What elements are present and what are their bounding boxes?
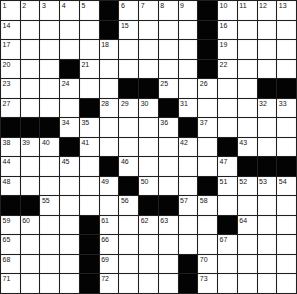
white-cell[interactable] [277,274,296,293]
black-cell [198,1,217,20]
white-cell[interactable] [21,60,40,79]
clue-number: 30 [141,99,149,108]
white-cell[interactable] [218,79,237,98]
white-cell[interactable] [21,79,40,98]
black-cell [139,79,158,98]
white-cell[interactable] [40,99,59,118]
white-cell[interactable] [60,235,79,254]
white-cell[interactable]: 6 [119,1,138,20]
white-cell[interactable] [277,21,296,40]
white-cell[interactable] [60,274,79,293]
white-cell[interactable]: 5 [80,1,99,20]
white-cell[interactable] [60,196,79,215]
white-cell[interactable] [218,255,237,274]
white-cell[interactable] [258,138,277,157]
white-cell[interactable] [21,255,40,274]
white-cell[interactable] [159,40,178,59]
clue-number: 51 [220,177,228,186]
clue-number: 6 [121,1,125,10]
clue-number: 62 [141,216,149,225]
white-cell[interactable] [179,216,198,235]
clue-number: 61 [101,216,109,225]
white-cell[interactable] [179,40,198,59]
white-cell[interactable] [277,118,296,137]
black-cell [100,157,119,176]
clue-number: 5 [81,1,85,10]
clue-number: 40 [42,138,50,147]
white-cell[interactable]: 34 [60,118,79,137]
white-cell[interactable] [277,216,296,235]
clue-number: 24 [62,79,70,88]
white-cell[interactable] [21,177,40,196]
white-cell[interactable] [60,255,79,274]
white-cell[interactable] [139,60,158,79]
clue-number: 8 [160,1,164,10]
white-cell[interactable] [179,177,198,196]
white-cell[interactable]: 32 [258,99,277,118]
white-cell[interactable]: 21 [80,60,99,79]
white-cell[interactable]: 37 [198,118,217,137]
white-cell[interactable] [258,235,277,254]
clue-number: 39 [22,138,30,147]
white-cell[interactable] [159,177,178,196]
black-cell [1,196,20,215]
white-cell[interactable]: 44 [1,157,20,176]
white-cell[interactable]: 50 [139,177,158,196]
white-cell[interactable] [80,79,99,98]
clue-number: 4 [62,1,66,10]
white-cell[interactable] [139,235,158,254]
white-cell[interactable] [119,138,138,157]
clue-number: 68 [3,255,11,264]
white-cell[interactable]: 73 [198,274,217,293]
clue-number: 22 [220,60,228,69]
white-cell[interactable]: 2 [21,1,40,20]
white-cell[interactable]: 27 [1,99,20,118]
clue-number: 43 [239,138,247,147]
white-cell[interactable]: 42 [179,138,198,157]
white-cell[interactable] [238,118,257,137]
black-cell [159,196,178,215]
black-cell [198,60,217,79]
white-cell[interactable]: 59 [1,216,20,235]
white-cell[interactable]: 48 [1,177,20,196]
white-cell[interactable] [238,255,257,274]
white-cell[interactable] [238,79,257,98]
clue-number: 56 [121,196,129,205]
clue-number: 66 [101,235,109,244]
white-cell[interactable] [258,40,277,59]
clue-number: 52 [239,177,247,186]
white-cell[interactable] [60,99,79,118]
white-cell[interactable]: 70 [198,255,217,274]
white-cell[interactable]: 52 [238,177,257,196]
clue-number: 23 [3,79,11,88]
white-cell[interactable] [277,40,296,59]
black-cell [277,79,296,98]
white-cell[interactable] [40,235,59,254]
white-cell[interactable] [100,138,119,157]
white-cell[interactable] [60,177,79,196]
black-cell [80,274,99,293]
clue-number: 47 [220,157,228,166]
clue-number: 35 [81,118,89,127]
clue-number: 69 [101,255,109,264]
clue-number: 41 [81,138,89,147]
white-cell[interactable]: 58 [198,196,217,215]
white-cell[interactable] [159,21,178,40]
clue-number: 45 [62,157,70,166]
clue-number: 50 [141,177,149,186]
clue-number: 42 [180,138,188,147]
white-cell[interactable]: 72 [100,274,119,293]
white-cell[interactable]: 30 [139,99,158,118]
white-cell[interactable] [238,60,257,79]
white-cell[interactable]: 24 [60,79,79,98]
white-cell[interactable] [60,40,79,59]
white-cell[interactable] [179,21,198,40]
black-cell [60,138,79,157]
black-cell [198,40,217,59]
white-cell[interactable]: 9 [179,1,198,20]
white-cell[interactable] [80,177,99,196]
white-cell[interactable] [40,60,59,79]
white-cell[interactable]: 71 [1,274,20,293]
clue-number: 16 [220,21,228,30]
white-cell[interactable] [258,118,277,137]
white-cell[interactable]: 1 [1,1,20,20]
white-cell[interactable] [80,196,99,215]
clue-number: 1 [3,1,7,10]
clue-number: 19 [220,40,228,49]
white-cell[interactable] [238,40,257,59]
clue-number: 73 [200,274,208,283]
black-cell [60,60,79,79]
crossword-grid: 1234567891011121314151617181920212223242… [0,0,297,294]
clue-number: 28 [101,99,109,108]
white-cell[interactable] [258,60,277,79]
white-cell[interactable] [139,118,158,137]
white-cell[interactable]: 69 [100,255,119,274]
clue-number: 27 [3,99,11,108]
white-cell[interactable] [277,235,296,254]
clue-number: 7 [141,1,145,10]
white-cell[interactable] [258,216,277,235]
white-cell[interactable]: 49 [100,177,119,196]
white-cell[interactable] [40,157,59,176]
black-cell [139,196,158,215]
white-cell[interactable] [80,157,99,176]
white-cell[interactable] [159,157,178,176]
white-cell[interactable] [179,157,198,176]
white-cell[interactable] [258,21,277,40]
white-cell[interactable]: 43 [238,138,257,157]
black-cell [119,79,138,98]
white-cell[interactable]: 60 [21,216,40,235]
white-cell[interactable] [40,21,59,40]
white-cell[interactable]: 3 [40,1,59,20]
clue-number: 49 [101,177,109,186]
clue-number: 10 [220,1,228,10]
clue-number: 2 [22,1,26,10]
white-cell[interactable] [139,274,158,293]
white-cell[interactable] [139,40,158,59]
clue-number: 14 [3,21,11,30]
black-cell [80,216,99,235]
clue-number: 65 [3,235,11,244]
black-cell [258,79,277,98]
black-cell [100,1,119,20]
clue-number: 57 [180,196,188,205]
white-cell[interactable]: 20 [1,60,20,79]
white-cell[interactable]: 31 [179,99,198,118]
white-cell[interactable]: 7 [139,1,158,20]
clue-number: 63 [160,216,168,225]
white-cell[interactable] [238,196,257,215]
clue-number: 21 [81,60,89,69]
white-cell[interactable]: 10 [218,1,237,20]
white-cell[interactable]: 29 [119,99,138,118]
black-cell [40,118,59,137]
white-cell[interactable] [21,274,40,293]
clue-number: 15 [121,21,129,30]
clue-number: 20 [3,60,11,69]
white-cell[interactable]: 19 [218,40,237,59]
white-cell[interactable] [277,255,296,274]
white-cell[interactable] [60,21,79,40]
white-cell[interactable] [258,274,277,293]
white-cell[interactable]: 57 [179,196,198,215]
white-cell[interactable]: 45 [60,157,79,176]
white-cell[interactable]: 47 [218,157,237,176]
clue-number: 67 [220,235,228,244]
white-cell[interactable] [277,196,296,215]
white-cell[interactable]: 15 [119,21,138,40]
white-cell[interactable]: 39 [21,138,40,157]
black-cell [179,118,198,137]
white-cell[interactable] [40,255,59,274]
clue-number: 71 [3,274,11,283]
white-cell[interactable] [21,21,40,40]
black-cell [1,118,20,137]
white-cell[interactable]: 65 [1,235,20,254]
white-cell[interactable] [198,157,217,176]
white-cell[interactable] [100,118,119,137]
white-cell[interactable] [198,138,217,157]
clue-number: 58 [200,196,208,205]
white-cell[interactable]: 46 [119,157,138,176]
white-cell[interactable]: 56 [119,196,138,215]
clue-number: 29 [121,99,129,108]
white-cell[interactable]: 63 [159,216,178,235]
clue-number: 72 [101,274,109,283]
clue-number: 53 [259,177,267,186]
white-cell[interactable] [218,118,237,137]
white-cell[interactable] [198,216,217,235]
black-cell [80,99,99,118]
black-cell [80,235,99,254]
clue-number: 70 [200,255,208,264]
clue-number: 31 [180,99,188,108]
clue-number: 38 [3,138,11,147]
clue-number: 48 [3,177,11,186]
white-cell[interactable] [258,255,277,274]
white-cell[interactable]: 26 [198,79,217,98]
white-cell[interactable] [277,138,296,157]
white-cell[interactable]: 17 [1,40,20,59]
white-cell[interactable] [258,196,277,215]
white-cell[interactable]: 53 [258,177,277,196]
black-cell [258,157,277,176]
white-cell[interactable]: 13 [277,1,296,20]
clue-number: 60 [22,216,30,225]
black-cell [80,255,99,274]
white-cell[interactable] [238,21,257,40]
white-cell[interactable] [238,274,257,293]
clue-number: 64 [239,216,247,225]
clue-number: 11 [239,1,246,10]
white-cell[interactable]: 40 [40,138,59,157]
white-cell[interactable]: 61 [100,216,119,235]
clue-number: 34 [62,118,70,127]
white-cell[interactable] [21,235,40,254]
white-cell[interactable]: 12 [258,1,277,20]
white-cell[interactable] [139,255,158,274]
white-cell[interactable] [159,60,178,79]
black-cell [21,196,40,215]
black-cell [277,157,296,176]
white-cell[interactable] [159,255,178,274]
clue-number: 3 [42,1,46,10]
clue-number: 13 [279,1,287,10]
white-cell[interactable]: 22 [218,60,237,79]
black-cell [238,157,257,176]
white-cell[interactable] [218,274,237,293]
clue-number: 32 [259,99,267,108]
clue-number: 17 [3,40,11,49]
white-cell[interactable] [21,99,40,118]
white-cell[interactable] [21,157,40,176]
white-cell[interactable]: 67 [218,235,237,254]
clue-number: 36 [160,118,168,127]
white-cell[interactable] [218,196,237,215]
white-cell[interactable]: 25 [159,79,178,98]
white-cell[interactable] [139,138,158,157]
white-cell[interactable] [218,99,237,118]
white-cell[interactable]: 4 [60,1,79,20]
white-cell[interactable]: 16 [218,21,237,40]
white-cell[interactable]: 23 [1,79,20,98]
black-cell [179,255,198,274]
white-cell[interactable]: 18 [100,40,119,59]
white-cell[interactable]: 36 [159,118,178,137]
white-cell[interactable]: 62 [139,216,158,235]
white-cell[interactable] [198,99,217,118]
white-cell[interactable] [40,274,59,293]
white-cell[interactable] [119,274,138,293]
clue-number: 55 [42,196,50,205]
white-cell[interactable] [40,216,59,235]
white-cell[interactable]: 54 [277,177,296,196]
white-cell[interactable] [119,216,138,235]
white-cell[interactable] [80,40,99,59]
white-cell[interactable]: 64 [238,216,257,235]
white-cell[interactable]: 8 [159,1,178,20]
white-cell[interactable] [40,79,59,98]
white-cell[interactable] [40,177,59,196]
clue-number: 25 [160,79,168,88]
white-cell[interactable] [198,235,217,254]
white-cell[interactable] [139,21,158,40]
white-cell[interactable]: 55 [40,196,59,215]
white-cell[interactable] [119,40,138,59]
clue-number: 33 [279,99,287,108]
white-cell[interactable] [159,274,178,293]
white-cell[interactable]: 33 [277,99,296,118]
clue-number: 44 [3,157,11,166]
white-cell[interactable]: 68 [1,255,20,274]
white-cell[interactable] [100,79,119,98]
white-cell[interactable] [119,60,138,79]
black-cell [159,99,178,118]
white-cell[interactable] [119,255,138,274]
black-cell [218,216,237,235]
clue-number: 54 [279,177,287,186]
white-cell[interactable] [159,235,178,254]
white-cell[interactable] [179,79,198,98]
white-cell[interactable] [238,235,257,254]
white-cell[interactable] [80,21,99,40]
white-cell[interactable]: 51 [218,177,237,196]
white-cell[interactable]: 28 [100,99,119,118]
white-cell[interactable]: 35 [80,118,99,137]
white-cell[interactable] [119,118,138,137]
clue-number: 37 [200,118,208,127]
white-cell[interactable] [179,235,198,254]
white-cell[interactable] [21,40,40,59]
black-cell [218,138,237,157]
black-cell [119,177,138,196]
white-cell[interactable]: 41 [80,138,99,157]
white-cell[interactable] [159,138,178,157]
black-cell [100,21,119,40]
clue-number: 9 [180,1,184,10]
white-cell[interactable] [238,99,257,118]
white-cell[interactable]: 11 [238,1,257,20]
white-cell[interactable] [119,235,138,254]
black-cell [198,177,217,196]
black-cell [21,118,40,137]
white-cell[interactable] [40,40,59,59]
white-cell[interactable]: 14 [1,21,20,40]
white-cell[interactable] [277,60,296,79]
white-cell[interactable] [139,157,158,176]
white-cell[interactable] [179,60,198,79]
black-cell [198,21,217,40]
white-cell[interactable]: 38 [1,138,20,157]
clue-number: 18 [101,40,109,49]
white-cell[interactable]: 66 [100,235,119,254]
clue-number: 12 [259,1,267,10]
white-cell[interactable] [100,60,119,79]
clue-number: 46 [121,157,129,166]
white-cell[interactable] [60,216,79,235]
clue-number: 59 [3,216,11,225]
white-cell[interactable] [100,196,119,215]
black-cell [179,274,198,293]
clue-number: 26 [200,79,208,88]
